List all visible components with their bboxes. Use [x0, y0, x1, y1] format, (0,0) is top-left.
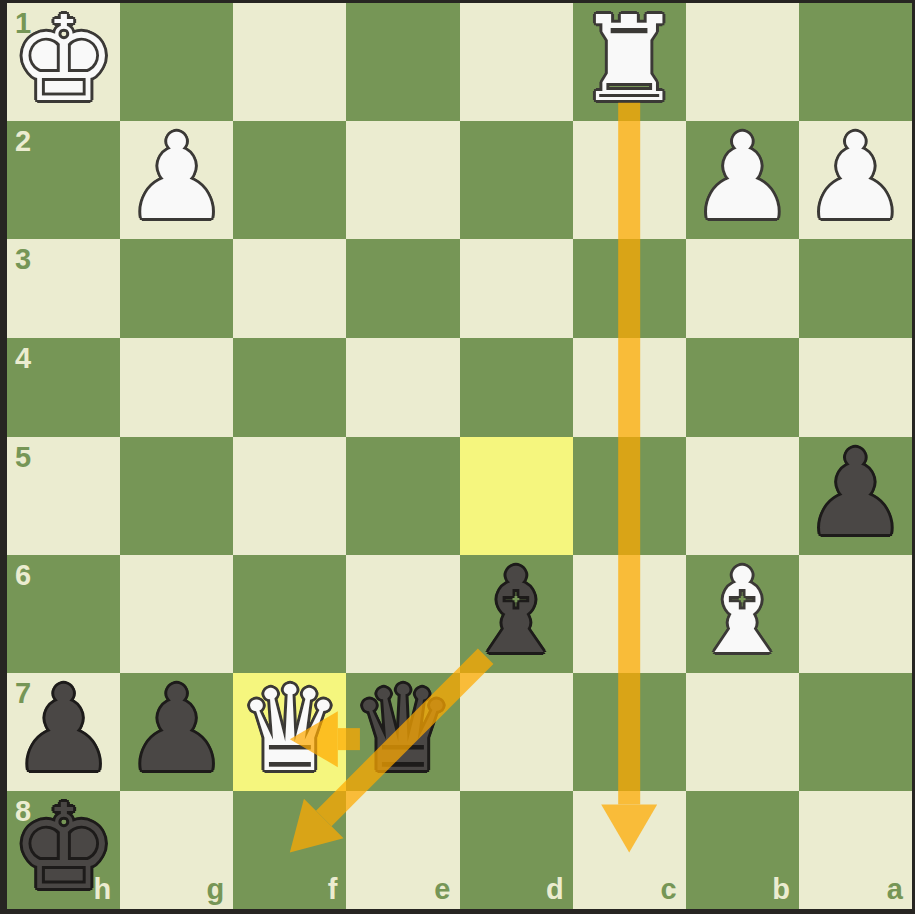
square-a2[interactable]: ♟ [799, 121, 912, 239]
piece-white-rook-c1[interactable]: ♜ [576, 0, 682, 118]
square-e6[interactable] [346, 555, 459, 673]
square-c4[interactable] [573, 338, 686, 437]
square-e4[interactable] [346, 338, 459, 437]
square-f1[interactable] [233, 3, 346, 121]
piece-white-bishop-b6[interactable]: ♝ [689, 552, 795, 670]
file-label-g: g [207, 875, 225, 904]
square-f6[interactable] [233, 555, 346, 673]
rank-label-3: 3 [15, 245, 31, 274]
square-c8[interactable]: c [573, 791, 686, 909]
square-b4[interactable] [686, 338, 799, 437]
square-f3[interactable] [233, 239, 346, 338]
square-b8[interactable]: b [686, 791, 799, 909]
square-a4[interactable] [799, 338, 912, 437]
square-b3[interactable] [686, 239, 799, 338]
square-h1[interactable]: 1♚ [7, 3, 120, 121]
square-g7[interactable]: ♟ [120, 673, 233, 791]
square-a1[interactable] [799, 3, 912, 121]
square-d1[interactable] [460, 3, 573, 121]
square-b1[interactable] [686, 3, 799, 121]
square-c7[interactable] [573, 673, 686, 791]
square-b5[interactable] [686, 437, 799, 555]
square-d3[interactable] [460, 239, 573, 338]
chess-board: 1♚♜2♟♟♟345♟6♝♝7♟♟♛♛8h♚gfedcba [7, 3, 912, 909]
file-label-d: d [546, 875, 564, 904]
square-a7[interactable] [799, 673, 912, 791]
square-b7[interactable] [686, 673, 799, 791]
square-c5[interactable] [573, 437, 686, 555]
file-label-b: b [772, 875, 790, 904]
square-d4[interactable] [460, 338, 573, 437]
square-c1[interactable]: ♜ [573, 3, 686, 121]
square-h6[interactable]: 6 [7, 555, 120, 673]
square-e7[interactable]: ♛ [346, 673, 459, 791]
file-label-a: a [887, 875, 903, 904]
square-a5[interactable]: ♟ [799, 437, 912, 555]
square-d8[interactable]: d [460, 791, 573, 909]
square-h7[interactable]: 7♟ [7, 673, 120, 791]
piece-black-bishop-d6[interactable]: ♝ [463, 552, 569, 670]
square-g3[interactable] [120, 239, 233, 338]
square-h2[interactable]: 2 [7, 121, 120, 239]
square-e8[interactable]: e [346, 791, 459, 909]
square-f2[interactable] [233, 121, 346, 239]
piece-black-pawn-g7[interactable]: ♟ [124, 670, 230, 788]
file-label-e: e [434, 875, 450, 904]
square-h3[interactable]: 3 [7, 239, 120, 338]
square-f4[interactable] [233, 338, 346, 437]
square-g2[interactable]: ♟ [120, 121, 233, 239]
square-b2[interactable]: ♟ [686, 121, 799, 239]
square-h4[interactable]: 4 [7, 338, 120, 437]
square-d6[interactable]: ♝ [460, 555, 573, 673]
square-e1[interactable] [346, 3, 459, 121]
square-g5[interactable] [120, 437, 233, 555]
square-g1[interactable] [120, 3, 233, 121]
square-c6[interactable] [573, 555, 686, 673]
square-a6[interactable] [799, 555, 912, 673]
file-label-c: c [661, 875, 677, 904]
square-e5[interactable] [346, 437, 459, 555]
piece-black-pawn-a5[interactable]: ♟ [803, 434, 909, 552]
square-f5[interactable] [233, 437, 346, 555]
rank-label-6: 6 [15, 561, 31, 590]
square-h5[interactable]: 5 [7, 437, 120, 555]
piece-black-king-h8[interactable]: ♚ [11, 788, 117, 906]
square-f7[interactable]: ♛ [233, 673, 346, 791]
file-label-f: f [328, 875, 338, 904]
square-g4[interactable] [120, 338, 233, 437]
square-e2[interactable] [346, 121, 459, 239]
board-frame: 1♚♜2♟♟♟345♟6♝♝7♟♟♛♛8h♚gfedcba [0, 0, 915, 914]
piece-white-pawn-g2[interactable]: ♟ [124, 118, 230, 236]
piece-white-king-h1[interactable]: ♚ [11, 0, 117, 118]
square-a8[interactable]: a [799, 791, 912, 909]
piece-black-queen-e7[interactable]: ♛ [350, 670, 456, 788]
piece-white-pawn-b2[interactable]: ♟ [689, 118, 795, 236]
square-c3[interactable] [573, 239, 686, 338]
square-g8[interactable]: g [120, 791, 233, 909]
square-d5[interactable] [460, 437, 573, 555]
piece-white-pawn-a2[interactable]: ♟ [803, 118, 909, 236]
square-d7[interactable] [460, 673, 573, 791]
square-g6[interactable] [120, 555, 233, 673]
square-f8[interactable]: f [233, 791, 346, 909]
square-a3[interactable] [799, 239, 912, 338]
piece-white-queen-f7[interactable]: ♛ [237, 670, 343, 788]
square-d2[interactable] [460, 121, 573, 239]
rank-label-5: 5 [15, 443, 31, 472]
square-c2[interactable] [573, 121, 686, 239]
rank-label-2: 2 [15, 127, 31, 156]
square-e3[interactable] [346, 239, 459, 338]
square-h8[interactable]: 8h♚ [7, 791, 120, 909]
square-b6[interactable]: ♝ [686, 555, 799, 673]
piece-black-pawn-h7[interactable]: ♟ [11, 670, 117, 788]
rank-label-4: 4 [15, 344, 31, 373]
